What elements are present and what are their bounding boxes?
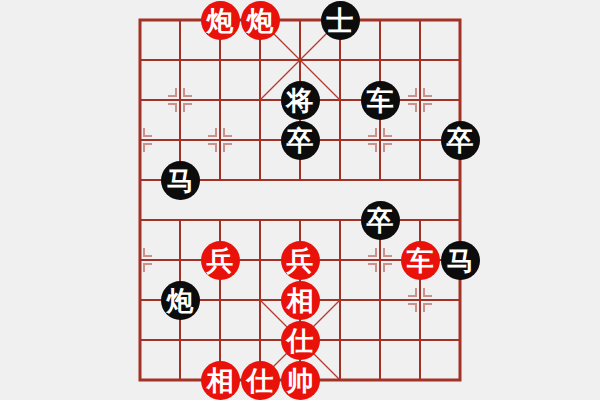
piece-red-pawn[interactable]: 兵 [281,241,320,280]
piece-black-chariot[interactable]: 车 [361,81,400,120]
piece-red-chariot[interactable]: 车 [401,241,440,280]
piece-red-advisor[interactable]: 仕 [281,321,320,360]
piece-black-pawn[interactable]: 卒 [441,121,480,160]
piece-red-pawn[interactable]: 兵 [201,241,240,280]
piece-black-cannon[interactable]: 炮 [161,281,200,320]
piece-black-horse[interactable]: 马 [161,161,200,200]
piece-black-horse[interactable]: 马 [441,241,480,280]
piece-red-elephant[interactable]: 相 [201,361,240,400]
piece-black-advisor[interactable]: 士 [321,1,360,40]
piece-red-general[interactable]: 帅 [281,361,320,400]
screenshot-canvas: 炮炮士将车卒卒马卒兵兵车马炮相仕相仕帅 [0,0,600,400]
piece-red-advisor[interactable]: 仕 [241,361,280,400]
piece-black-pawn[interactable]: 卒 [281,121,320,160]
piece-red-cannon[interactable]: 炮 [241,1,280,40]
piece-black-pawn[interactable]: 卒 [361,201,400,240]
xiangqi-board: 炮炮士将车卒卒马卒兵兵车马炮相仕相仕帅 [0,0,600,400]
piece-red-cannon[interactable]: 炮 [201,1,240,40]
piece-red-elephant[interactable]: 相 [281,281,320,320]
piece-black-general[interactable]: 将 [281,81,320,120]
